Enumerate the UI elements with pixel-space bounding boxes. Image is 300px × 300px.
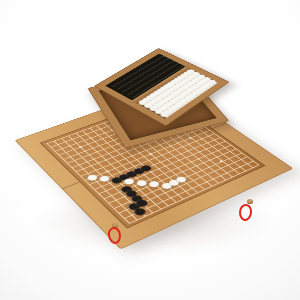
fold-seam-left <box>62 182 80 190</box>
go-set-photo: ●●●●●●●●●●●●●●●●●●● ●●●●●●●●●●●●●●●●●●●●… <box>0 0 300 300</box>
clasp-peg-right <box>247 199 253 204</box>
